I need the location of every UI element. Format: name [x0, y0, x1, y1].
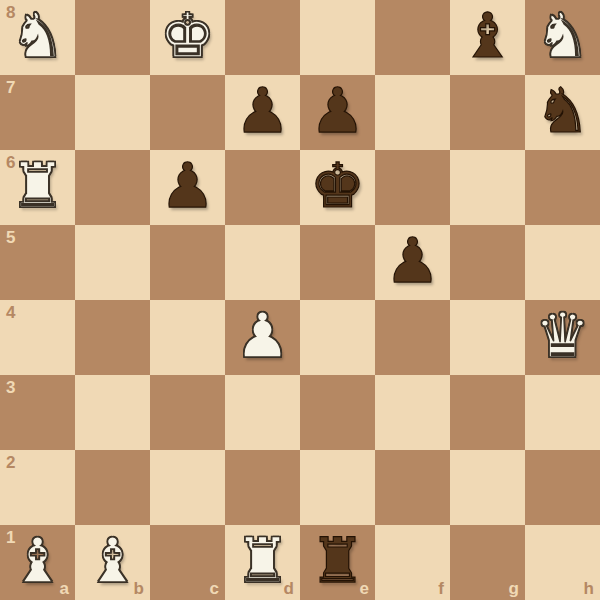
square-f3[interactable]	[375, 375, 450, 450]
square-f8[interactable]	[375, 0, 450, 75]
black-pawn[interactable]: ♟	[310, 80, 366, 142]
square-h2[interactable]	[525, 450, 600, 525]
square-g5[interactable]	[450, 225, 525, 300]
square-b1[interactable]: b♝	[75, 525, 150, 600]
square-a7[interactable]: 7	[0, 75, 75, 150]
square-h6[interactable]	[525, 150, 600, 225]
square-b2[interactable]	[75, 450, 150, 525]
square-h8[interactable]: ♞	[525, 0, 600, 75]
file-label-g: g	[509, 580, 519, 597]
square-c5[interactable]	[150, 225, 225, 300]
square-c4[interactable]	[150, 300, 225, 375]
square-g6[interactable]	[450, 150, 525, 225]
square-g3[interactable]	[450, 375, 525, 450]
square-g4[interactable]	[450, 300, 525, 375]
square-a3[interactable]: 3	[0, 375, 75, 450]
square-a5[interactable]: 5	[0, 225, 75, 300]
square-e1[interactable]: e♜	[300, 525, 375, 600]
square-f6[interactable]	[375, 150, 450, 225]
white-queen[interactable]: ♛	[535, 305, 591, 367]
file-label-h: h	[584, 580, 594, 597]
square-e3[interactable]	[300, 375, 375, 450]
square-d3[interactable]	[225, 375, 300, 450]
rank-label-5: 5	[6, 229, 15, 246]
square-g8[interactable]: ♝	[450, 0, 525, 75]
square-b5[interactable]	[75, 225, 150, 300]
square-e4[interactable]	[300, 300, 375, 375]
black-bishop[interactable]: ♝	[460, 5, 516, 67]
file-label-c: c	[210, 580, 219, 597]
square-b7[interactable]	[75, 75, 150, 150]
chess-board: 8♞♚♝♞7♟♟♞6♜♟♚5♟4♟♛321a♝b♝cd♜e♜fgh	[0, 0, 600, 600]
black-pawn[interactable]: ♟	[235, 80, 291, 142]
square-e5[interactable]	[300, 225, 375, 300]
white-bishop[interactable]: ♝	[10, 530, 66, 592]
square-h4[interactable]: ♛	[525, 300, 600, 375]
black-rook[interactable]: ♜	[310, 530, 366, 592]
square-a8[interactable]: 8♞	[0, 0, 75, 75]
white-bishop[interactable]: ♝	[85, 530, 141, 592]
square-a2[interactable]: 2	[0, 450, 75, 525]
square-d5[interactable]	[225, 225, 300, 300]
square-d7[interactable]: ♟	[225, 75, 300, 150]
square-f5[interactable]: ♟	[375, 225, 450, 300]
square-b3[interactable]	[75, 375, 150, 450]
square-h7[interactable]: ♞	[525, 75, 600, 150]
square-b8[interactable]	[75, 0, 150, 75]
square-c6[interactable]: ♟	[150, 150, 225, 225]
square-d2[interactable]	[225, 450, 300, 525]
white-king[interactable]: ♚	[160, 5, 216, 67]
square-h3[interactable]	[525, 375, 600, 450]
square-d6[interactable]	[225, 150, 300, 225]
square-h1[interactable]: h	[525, 525, 600, 600]
square-f2[interactable]	[375, 450, 450, 525]
square-d1[interactable]: d♜	[225, 525, 300, 600]
square-a1[interactable]: 1a♝	[0, 525, 75, 600]
square-b6[interactable]	[75, 150, 150, 225]
square-d8[interactable]	[225, 0, 300, 75]
square-c7[interactable]	[150, 75, 225, 150]
white-rook[interactable]: ♜	[10, 155, 66, 217]
black-pawn[interactable]: ♟	[385, 230, 441, 292]
square-d4[interactable]: ♟	[225, 300, 300, 375]
square-c2[interactable]	[150, 450, 225, 525]
black-knight[interactable]: ♞	[535, 80, 591, 142]
square-g7[interactable]	[450, 75, 525, 150]
square-f1[interactable]: f	[375, 525, 450, 600]
white-knight[interactable]: ♞	[535, 5, 591, 67]
square-h5[interactable]	[525, 225, 600, 300]
square-g1[interactable]: g	[450, 525, 525, 600]
rank-label-4: 4	[6, 304, 15, 321]
rank-label-3: 3	[6, 379, 15, 396]
square-e6[interactable]: ♚	[300, 150, 375, 225]
black-pawn[interactable]: ♟	[160, 155, 216, 217]
square-b4[interactable]	[75, 300, 150, 375]
square-a4[interactable]: 4	[0, 300, 75, 375]
square-e8[interactable]	[300, 0, 375, 75]
square-c1[interactable]: c	[150, 525, 225, 600]
black-king[interactable]: ♚	[310, 155, 366, 217]
square-f4[interactable]	[375, 300, 450, 375]
square-e2[interactable]	[300, 450, 375, 525]
square-e7[interactable]: ♟	[300, 75, 375, 150]
file-label-f: f	[438, 580, 444, 597]
square-a6[interactable]: 6♜	[0, 150, 75, 225]
white-knight[interactable]: ♞	[10, 5, 66, 67]
rank-label-7: 7	[6, 79, 15, 96]
square-c8[interactable]: ♚	[150, 0, 225, 75]
square-g2[interactable]	[450, 450, 525, 525]
square-f7[interactable]	[375, 75, 450, 150]
white-pawn[interactable]: ♟	[235, 305, 291, 367]
square-c3[interactable]	[150, 375, 225, 450]
rank-label-2: 2	[6, 454, 15, 471]
white-rook[interactable]: ♜	[235, 530, 291, 592]
